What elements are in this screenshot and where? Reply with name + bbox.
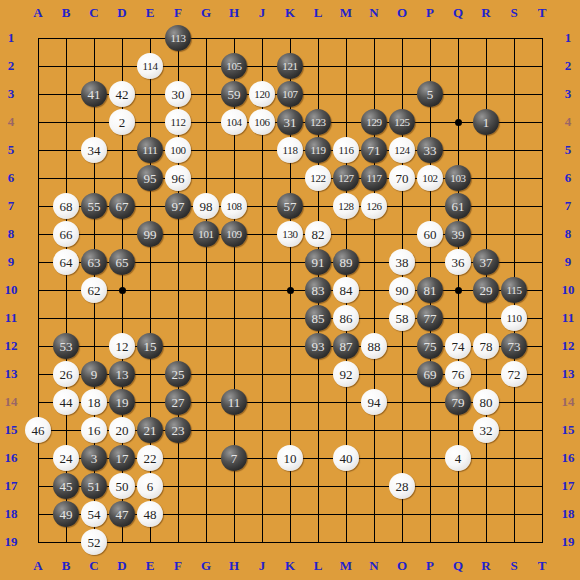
row-label-right-9: 9 (557, 248, 579, 276)
col-label-bottom-L: L (304, 556, 332, 576)
move-number: 68 (60, 200, 73, 213)
stone-black-23-f15: 23 (165, 417, 191, 443)
stone-black-123-l4: 123 (305, 109, 331, 135)
move-number: 102 (422, 173, 438, 184)
col-label-bottom-H: H (220, 556, 248, 576)
col-label-bottom-F: F (164, 556, 192, 576)
col-label-bottom-B: B (52, 556, 80, 576)
move-number: 44 (60, 396, 73, 409)
move-number: 20 (116, 424, 129, 437)
move-number: 31 (284, 116, 297, 129)
stone-white-44-b14: 44 (53, 389, 79, 415)
stone-white-20-d15: 20 (109, 417, 135, 443)
row-label-left-14: 14 (0, 388, 22, 416)
star-point-q4 (444, 108, 472, 136)
move-number: 112 (170, 117, 185, 128)
stone-white-4-q16: 4 (445, 445, 471, 471)
col-label-bottom-K: K (276, 556, 304, 576)
stone-white-36-q9: 36 (445, 249, 471, 275)
move-number: 111 (143, 145, 158, 156)
col-label-top-J: J (248, 3, 276, 23)
col-label-bottom-S: S (500, 556, 528, 576)
move-number: 120 (254, 89, 270, 100)
col-label-top-T: T (528, 3, 556, 23)
row-label-left-6: 6 (0, 164, 22, 192)
stone-black-1-r4: 1 (473, 109, 499, 135)
move-number: 129 (366, 117, 382, 128)
move-number: 46 (32, 424, 45, 437)
stone-white-48-e18: 48 (137, 501, 163, 527)
stone-black-79-q14: 79 (445, 389, 471, 415)
move-number: 79 (452, 396, 465, 409)
stone-white-62-c10: 62 (81, 277, 107, 303)
row-label-right-12: 12 (557, 332, 579, 360)
move-number: 59 (228, 88, 241, 101)
move-number: 121 (282, 61, 298, 72)
stone-white-94-n14: 94 (361, 389, 387, 415)
move-number: 10 (284, 452, 297, 465)
move-number: 88 (368, 340, 381, 353)
col-label-top-K: K (276, 3, 304, 23)
move-number: 99 (144, 228, 157, 241)
stone-white-122-l6: 122 (305, 165, 331, 191)
star-point-d10 (108, 276, 136, 304)
move-number: 98 (200, 200, 213, 213)
move-number: 45 (60, 480, 73, 493)
stone-black-65-d9: 65 (109, 249, 135, 275)
move-number: 70 (396, 172, 409, 185)
stone-white-6-e17: 6 (137, 473, 163, 499)
move-number: 73 (508, 340, 521, 353)
move-number: 127 (338, 173, 354, 184)
row-label-right-3: 3 (557, 80, 579, 108)
stone-black-89-m9: 89 (333, 249, 359, 275)
move-number: 92 (340, 368, 353, 381)
move-number: 101 (198, 229, 214, 240)
move-number: 62 (88, 284, 101, 297)
stone-black-99-e8: 99 (137, 221, 163, 247)
move-number: 52 (88, 536, 101, 549)
stone-white-130-k8: 130 (277, 221, 303, 247)
row-label-right-10: 10 (557, 276, 579, 304)
stone-black-51-c17: 51 (81, 473, 107, 499)
stone-white-114-e2: 114 (137, 53, 163, 79)
stone-black-93-l12: 93 (305, 333, 331, 359)
stone-white-110-s11: 110 (501, 305, 527, 331)
stone-white-106-j4: 106 (249, 109, 275, 135)
stone-white-112-f4: 112 (165, 109, 191, 135)
col-label-top-F: F (164, 3, 192, 23)
stone-white-52-c19: 52 (81, 529, 107, 555)
move-number: 38 (396, 256, 409, 269)
column-labels-bottom: ABCDEFGHJKLMNOPQRST (24, 556, 556, 576)
col-label-top-H: H (220, 3, 248, 23)
move-number: 65 (116, 256, 129, 269)
stone-white-98-g7: 98 (193, 193, 219, 219)
stone-white-50-d17: 50 (109, 473, 135, 499)
stone-black-47-d18: 47 (109, 501, 135, 527)
move-number: 94 (368, 396, 381, 409)
move-number: 50 (116, 480, 129, 493)
stone-black-121-k2: 121 (277, 53, 303, 79)
stone-white-68-b7: 68 (53, 193, 79, 219)
move-number: 114 (142, 61, 157, 72)
move-number: 49 (60, 508, 73, 521)
row-label-left-17: 17 (0, 472, 22, 500)
move-number: 107 (282, 89, 298, 100)
move-number: 130 (282, 229, 298, 240)
stone-black-29-r10: 29 (473, 277, 499, 303)
col-label-bottom-N: N (360, 556, 388, 576)
row-label-left-3: 3 (0, 80, 22, 108)
move-number: 24 (60, 452, 73, 465)
stone-white-90-o10: 90 (389, 277, 415, 303)
move-number: 6 (147, 480, 154, 493)
move-number: 110 (506, 313, 521, 324)
row-label-left-9: 9 (0, 248, 22, 276)
col-label-top-A: A (24, 3, 52, 23)
move-number: 48 (144, 508, 157, 521)
row-label-left-2: 2 (0, 52, 22, 80)
move-number: 29 (480, 284, 493, 297)
row-label-right-18: 18 (557, 500, 579, 528)
stone-black-111-e5: 111 (137, 137, 163, 163)
move-number: 109 (226, 229, 242, 240)
stone-white-58-o11: 58 (389, 305, 415, 331)
move-number: 115 (506, 285, 521, 296)
col-label-top-L: L (304, 3, 332, 23)
stone-white-26-b13: 26 (53, 361, 79, 387)
row-label-left-8: 8 (0, 220, 22, 248)
move-number: 128 (338, 201, 354, 212)
col-label-top-Q: Q (444, 3, 472, 23)
col-label-bottom-Q: Q (444, 556, 472, 576)
col-label-top-O: O (388, 3, 416, 23)
move-number: 81 (424, 284, 437, 297)
move-number: 1 (483, 116, 490, 129)
stone-white-10-k16: 10 (277, 445, 303, 471)
move-number: 93 (312, 340, 325, 353)
move-number: 85 (312, 312, 325, 325)
stone-black-57-k7: 57 (277, 193, 303, 219)
move-number: 26 (60, 368, 73, 381)
stone-white-18-c14: 18 (81, 389, 107, 415)
move-number: 4 (455, 452, 462, 465)
row-label-left-1: 1 (0, 24, 22, 52)
row-labels-right: 12345678910111213141516171819 (557, 24, 579, 556)
col-label-bottom-M: M (332, 556, 360, 576)
stone-black-69-p13: 69 (417, 361, 443, 387)
move-number: 72 (508, 368, 521, 381)
stone-black-77-p11: 77 (417, 305, 443, 331)
move-number: 54 (88, 508, 101, 521)
col-label-bottom-D: D (108, 556, 136, 576)
star-point-q10 (444, 276, 472, 304)
col-label-top-M: M (332, 3, 360, 23)
stone-black-85-l11: 85 (305, 305, 331, 331)
stone-black-39-q8: 39 (445, 221, 471, 247)
col-label-bottom-E: E (136, 556, 164, 576)
stone-black-59-h3: 59 (221, 81, 247, 107)
stone-black-119-l5: 119 (305, 137, 331, 163)
stone-black-115-s10: 115 (501, 277, 527, 303)
col-label-top-B: B (52, 3, 80, 23)
stone-white-2-d4: 2 (109, 109, 135, 135)
stone-white-40-m16: 40 (333, 445, 359, 471)
row-label-right-16: 16 (557, 444, 579, 472)
stone-black-21-e15: 21 (137, 417, 163, 443)
stone-white-96-f6: 96 (165, 165, 191, 191)
stone-white-118-k5: 118 (277, 137, 303, 163)
stone-white-126-n7: 126 (361, 193, 387, 219)
move-number: 47 (116, 508, 129, 521)
move-number: 104 (226, 117, 242, 128)
move-number: 51 (88, 480, 101, 493)
column-labels-top: ABCDEFGHJKLMNOPQRST (24, 3, 556, 23)
col-label-top-N: N (360, 3, 388, 23)
move-number: 32 (480, 424, 493, 437)
move-number: 67 (116, 200, 129, 213)
go-kifu-viewer: ABCDEFGHJKLMNOPQRST ABCDEFGHJKLMNOPQRST … (0, 0, 580, 580)
move-number: 90 (396, 284, 409, 297)
move-number: 117 (366, 173, 381, 184)
stone-white-54-c18: 54 (81, 501, 107, 527)
row-label-left-18: 18 (0, 500, 22, 528)
stone-white-74-q12: 74 (445, 333, 471, 359)
move-number: 100 (170, 145, 186, 156)
stone-black-75-p12: 75 (417, 333, 443, 359)
move-number: 71 (368, 144, 381, 157)
col-label-bottom-G: G (192, 556, 220, 576)
stone-black-27-f14: 27 (165, 389, 191, 415)
move-number: 108 (226, 201, 242, 212)
move-number: 25 (172, 368, 185, 381)
stone-white-38-o9: 38 (389, 249, 415, 275)
stone-white-66-b8: 66 (53, 221, 79, 247)
move-number: 89 (340, 256, 353, 269)
col-label-top-S: S (500, 3, 528, 23)
move-number: 113 (170, 33, 185, 44)
stone-white-70-o6: 70 (389, 165, 415, 191)
col-label-top-E: E (136, 3, 164, 23)
row-label-left-4: 4 (0, 108, 22, 136)
stone-white-92-m13: 92 (333, 361, 359, 387)
row-labels-left: 12345678910111213141516171819 (0, 24, 22, 556)
col-label-bottom-T: T (528, 556, 556, 576)
move-number: 15 (144, 340, 157, 353)
move-number: 80 (480, 396, 493, 409)
move-number: 39 (452, 228, 465, 241)
move-number: 22 (144, 452, 157, 465)
stone-white-28-o17: 28 (389, 473, 415, 499)
row-label-right-13: 13 (557, 360, 579, 388)
move-number: 11 (228, 396, 241, 409)
star-point-k10 (276, 276, 304, 304)
col-label-top-P: P (416, 3, 444, 23)
row-label-right-11: 11 (557, 304, 579, 332)
row-label-right-2: 2 (557, 52, 579, 80)
move-number: 75 (424, 340, 437, 353)
stone-white-46-a15: 46 (25, 417, 51, 443)
row-label-right-1: 1 (557, 24, 579, 52)
move-number: 60 (424, 228, 437, 241)
stone-black-127-m6: 127 (333, 165, 359, 191)
col-label-bottom-C: C (80, 556, 108, 576)
move-number: 37 (480, 256, 493, 269)
stone-black-73-s12: 73 (501, 333, 527, 359)
move-number: 13 (116, 368, 129, 381)
row-label-left-10: 10 (0, 276, 22, 304)
stone-white-104-h4: 104 (221, 109, 247, 135)
row-label-right-15: 15 (557, 416, 579, 444)
stone-white-64-b9: 64 (53, 249, 79, 275)
col-label-bottom-R: R (472, 556, 500, 576)
move-number: 5 (427, 88, 434, 101)
stone-black-83-l10: 83 (305, 277, 331, 303)
move-number: 64 (60, 256, 73, 269)
row-label-left-15: 15 (0, 416, 22, 444)
stone-black-81-p10: 81 (417, 277, 443, 303)
row-label-left-11: 11 (0, 304, 22, 332)
stone-white-32-r15: 32 (473, 417, 499, 443)
move-number: 42 (116, 88, 129, 101)
stone-black-41-c3: 41 (81, 81, 107, 107)
row-label-right-6: 6 (557, 164, 579, 192)
move-number: 30 (172, 88, 185, 101)
move-number: 18 (88, 396, 101, 409)
move-number: 91 (312, 256, 325, 269)
stone-white-102-p6: 102 (417, 165, 443, 191)
stone-white-128-m7: 128 (333, 193, 359, 219)
stone-white-86-m11: 86 (333, 305, 359, 331)
stone-black-33-p5: 33 (417, 137, 443, 163)
move-number: 69 (424, 368, 437, 381)
stone-white-88-n12: 88 (361, 333, 387, 359)
stone-white-120-j3: 120 (249, 81, 275, 107)
col-label-bottom-P: P (416, 556, 444, 576)
move-number: 28 (396, 480, 409, 493)
move-number: 53 (60, 340, 73, 353)
row-label-left-19: 19 (0, 528, 22, 556)
col-label-top-C: C (80, 3, 108, 23)
move-number: 57 (284, 200, 297, 213)
move-number: 96 (172, 172, 185, 185)
row-label-right-14: 14 (557, 388, 579, 416)
move-number: 40 (340, 452, 353, 465)
stone-black-31-k4: 31 (277, 109, 303, 135)
col-label-bottom-A: A (24, 556, 52, 576)
stone-white-16-c15: 16 (81, 417, 107, 443)
go-board[interactable]: 1234567910111213151617181920212223242526… (24, 24, 556, 556)
move-number: 66 (60, 228, 73, 241)
stone-white-42-d3: 42 (109, 81, 135, 107)
stone-black-129-n4: 129 (361, 109, 387, 135)
move-number: 87 (340, 340, 353, 353)
stone-black-109-h8: 109 (221, 221, 247, 247)
stone-white-76-q13: 76 (445, 361, 471, 387)
stone-white-12-d12: 12 (109, 333, 135, 359)
move-number: 58 (396, 312, 409, 325)
move-number: 123 (310, 117, 326, 128)
stone-white-22-e16: 22 (137, 445, 163, 471)
stone-white-124-o5: 124 (389, 137, 415, 163)
row-label-left-7: 7 (0, 192, 22, 220)
stone-black-37-r9: 37 (473, 249, 499, 275)
stone-black-125-o4: 125 (389, 109, 415, 135)
move-number: 74 (452, 340, 465, 353)
row-label-right-19: 19 (557, 528, 579, 556)
stone-black-49-b18: 49 (53, 501, 79, 527)
move-number: 34 (88, 144, 101, 157)
move-number: 84 (340, 284, 353, 297)
stone-black-17-d16: 17 (109, 445, 135, 471)
stone-white-34-c5: 34 (81, 137, 107, 163)
move-number: 83 (312, 284, 325, 297)
stone-black-53-b12: 53 (53, 333, 79, 359)
move-number: 41 (88, 88, 101, 101)
stone-white-108-h7: 108 (221, 193, 247, 219)
move-number: 61 (452, 200, 465, 213)
move-number: 78 (480, 340, 493, 353)
move-number: 106 (254, 117, 270, 128)
move-number: 7 (231, 452, 238, 465)
stone-white-100-f5: 100 (165, 137, 191, 163)
stone-black-55-c7: 55 (81, 193, 107, 219)
col-label-top-R: R (472, 3, 500, 23)
move-number: 122 (310, 173, 326, 184)
move-number: 95 (144, 172, 157, 185)
row-label-right-17: 17 (557, 472, 579, 500)
stone-black-113-f1: 113 (165, 25, 191, 51)
stone-black-87-m12: 87 (333, 333, 359, 359)
stone-white-80-r14: 80 (473, 389, 499, 415)
stone-white-72-s13: 72 (501, 361, 527, 387)
stone-white-82-l8: 82 (305, 221, 331, 247)
stone-black-101-g8: 101 (193, 221, 219, 247)
move-number: 97 (172, 200, 185, 213)
col-label-bottom-J: J (248, 556, 276, 576)
move-number: 119 (310, 145, 325, 156)
stone-black-5-p3: 5 (417, 81, 443, 107)
stone-black-71-n5: 71 (361, 137, 387, 163)
row-label-left-16: 16 (0, 444, 22, 472)
stone-black-25-f13: 25 (165, 361, 191, 387)
stone-black-61-q7: 61 (445, 193, 471, 219)
col-label-top-D: D (108, 3, 136, 23)
move-number: 19 (116, 396, 129, 409)
stone-white-84-m10: 84 (333, 277, 359, 303)
move-number: 77 (424, 312, 437, 325)
row-label-right-8: 8 (557, 220, 579, 248)
move-number: 12 (116, 340, 129, 353)
move-number: 3 (91, 452, 98, 465)
stone-white-116-m5: 116 (333, 137, 359, 163)
stone-black-45-b17: 45 (53, 473, 79, 499)
move-number: 16 (88, 424, 101, 437)
move-number: 17 (116, 452, 129, 465)
stone-black-95-e6: 95 (137, 165, 163, 191)
move-number: 27 (172, 396, 185, 409)
stone-black-67-d7: 67 (109, 193, 135, 219)
move-number: 124 (394, 145, 410, 156)
stone-black-103-q6: 103 (445, 165, 471, 191)
stone-black-3-c16: 3 (81, 445, 107, 471)
move-number: 118 (282, 145, 297, 156)
stone-black-97-f7: 97 (165, 193, 191, 219)
move-number: 82 (312, 228, 325, 241)
col-label-bottom-O: O (388, 556, 416, 576)
row-label-right-7: 7 (557, 192, 579, 220)
